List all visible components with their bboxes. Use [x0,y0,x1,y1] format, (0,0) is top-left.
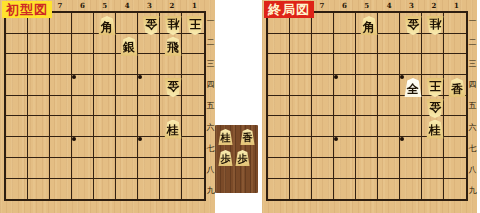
piece-kanji: 香 [243,133,253,143]
rank-label: 五 [206,95,215,116]
hoshi-dot [334,75,338,79]
board-cell [400,34,422,55]
board-cell [378,116,400,137]
board-cell [160,96,182,117]
board-cell [422,137,444,158]
board-cell [400,179,422,200]
board-cell [290,158,312,179]
board-cell [334,13,356,34]
board-cell [444,54,466,75]
between-boards-gap: 桂香歩歩 [215,0,262,213]
board-cell [94,158,116,179]
board-cell [356,116,378,137]
piece-kanji: 金 [429,101,441,113]
board-cell [334,158,356,179]
board-cell [268,54,290,75]
board-cell [28,137,50,158]
piece-kanji: 桂 [167,124,179,136]
file-label: 4 [116,1,138,10]
board-cell [400,116,422,137]
file-label: 3 [138,1,160,10]
board-cell [138,34,160,55]
board-cell [182,137,204,158]
board-cell [182,179,204,200]
rank-coordinates: 一二三四五六七八九 [206,11,215,201]
board-cell [268,34,290,55]
board-cell [312,54,334,75]
rank-label: 六 [206,117,215,138]
board-cell [312,96,334,117]
board-cell [72,158,94,179]
board-initial: 初型図 987654321 角金桂王銀飛金桂 一二三四五六七八九 [0,0,215,213]
board-cell [116,116,138,137]
piece-kanji: 全 [407,83,419,95]
board-cell [28,54,50,75]
rank-label: 七 [468,138,477,159]
final-diagram-label: 終局図 [264,1,314,18]
board-cell [334,54,356,75]
board-cell [94,179,116,200]
board-cell [268,179,290,200]
board-cell [422,158,444,179]
board-cell [422,34,444,55]
board-cell [312,75,334,96]
board-cell [334,116,356,137]
board-cell [138,54,160,75]
rank-label: 二 [468,32,477,53]
shogi-grid-initial: 角金桂王銀飛金桂 [4,11,206,201]
board-cell [6,54,28,75]
file-label: 2 [161,1,183,10]
board-cell [116,75,138,96]
screenshot-root: 初型図 987654321 角金桂王銀飛金桂 一二三四五六七八九 桂香歩歩 終局… [0,0,480,213]
board-cell [94,116,116,137]
hoshi-dot [400,137,404,141]
board-cell [50,75,72,96]
board-cell [28,75,50,96]
board-cell [378,96,400,117]
file-label: 2 [423,1,445,10]
board-cell [138,116,160,137]
board-cell [160,158,182,179]
board-cell [50,34,72,55]
board-cell [182,75,204,96]
file-label: 1 [183,1,205,10]
board-cell [378,75,400,96]
board-cell [356,75,378,96]
board-cell [312,116,334,137]
board-cell [290,116,312,137]
board-cell [6,137,28,158]
board-cell [28,34,50,55]
board-cell [116,54,138,75]
piece-kanji: 角 [363,21,375,33]
board-cell [6,158,28,179]
board-cell [356,158,378,179]
rank-label: 二 [206,32,215,53]
board-cell [182,96,204,117]
board-cell [50,179,72,200]
board-cell [444,96,466,117]
rank-coordinates: 一二三四五六七八九 [468,11,477,201]
file-label: 6 [333,1,355,10]
rank-label: 九 [468,180,477,201]
rank-label: 八 [468,159,477,180]
board-cell [444,34,466,55]
board-cell [312,34,334,55]
piece-kanji: 金 [145,19,157,31]
piece-stand-komadai: 桂香歩歩 [215,125,258,193]
hoshi-dot [400,75,404,79]
board-cell [72,96,94,117]
piece-kanji: 金 [167,81,179,93]
board-cell [444,158,466,179]
rank-label: 五 [468,95,477,116]
board-cell [378,179,400,200]
board-cell [444,116,466,137]
rank-label: 四 [468,74,477,95]
piece-kanji: 歩 [238,154,248,164]
board-cell [138,158,160,179]
board-cell [94,137,116,158]
board-cell [356,96,378,117]
file-label: 7 [311,1,333,10]
board-cell [312,13,334,34]
hand-piece: 歩 [218,150,233,166]
file-label: 6 [71,1,93,10]
board-cell [378,34,400,55]
file-label: 3 [400,1,422,10]
board-cell [290,179,312,200]
rank-label: 八 [206,159,215,180]
board-cell [182,54,204,75]
board-cell [444,137,466,158]
rank-label: 三 [206,53,215,74]
file-label: 5 [356,1,378,10]
board-cell [290,137,312,158]
board-cell [116,96,138,117]
board-cell [94,54,116,75]
board-cell [378,158,400,179]
board-cell [50,158,72,179]
rank-label: 七 [206,138,215,159]
board-cell [28,179,50,200]
board-cell [290,34,312,55]
board-final: 終局図 987654321 角金桂全王香金桂 一二三四五六七八九 [262,0,477,213]
board-cell [182,158,204,179]
board-cell [116,137,138,158]
file-label: 7 [49,1,71,10]
board-cell [312,179,334,200]
board-cell [312,158,334,179]
board-cell [356,179,378,200]
board-cell [444,179,466,200]
piece-kanji: 王 [189,19,201,31]
board-cell [94,96,116,117]
board-cell [50,54,72,75]
piece-kanji: 桂 [429,124,441,136]
board-cell [400,96,422,117]
board-cell [138,96,160,117]
piece-kanji: 角 [101,21,113,33]
rank-label: 六 [468,117,477,138]
board-cell [138,179,160,200]
board-cell [116,13,138,34]
board-cell [50,96,72,117]
hoshi-dot [138,137,142,141]
board-cell [268,96,290,117]
board-cell [72,54,94,75]
board-cell [50,13,72,34]
board-cell [28,158,50,179]
board-cell [312,137,334,158]
board-cell [94,75,116,96]
piece-kanji: 香 [451,83,463,95]
board-cell [422,54,444,75]
board-cell [28,116,50,137]
board-cell [268,158,290,179]
piece-kanji: 桂 [429,19,441,31]
rank-label: 一 [468,11,477,32]
initial-diagram-label: 初型図 [2,1,52,18]
board-cell [400,158,422,179]
piece-kanji: 歩 [221,154,231,164]
rank-label: 三 [468,53,477,74]
board-cell [444,13,466,34]
file-label: 5 [94,1,116,10]
file-label: 1 [445,1,467,10]
board-cell [6,179,28,200]
board-cell [160,54,182,75]
board-cell [50,137,72,158]
board-cell [356,34,378,55]
board-cell [378,13,400,34]
rank-label: 一 [206,11,215,32]
board-cell [160,137,182,158]
board-cell [290,96,312,117]
board-cell [182,116,204,137]
piece-kanji: 銀 [123,41,135,53]
board-cell [268,75,290,96]
file-label: 4 [378,1,400,10]
board-cell [334,96,356,117]
board-cell [72,13,94,34]
board-cell [6,75,28,96]
board-cell [400,54,422,75]
board-cell [378,137,400,158]
board-cell [72,34,94,55]
board-cell [182,34,204,55]
rank-label: 四 [206,74,215,95]
board-cell [334,179,356,200]
board-cell [268,116,290,137]
board-cell [116,158,138,179]
board-cell [6,96,28,117]
hoshi-dot [72,137,76,141]
board-cell [72,179,94,200]
hand-piece: 桂 [218,129,233,145]
piece-kanji: 飛 [167,41,179,53]
board-cell [72,116,94,137]
board-cell [422,179,444,200]
hoshi-dot [334,137,338,141]
board-cell [290,54,312,75]
piece-kanji: 桂 [221,133,231,143]
board-cell [94,34,116,55]
rank-label: 九 [206,180,215,201]
board-cell [6,34,28,55]
shogi-grid-final: 角金桂全王香金桂 [266,11,468,201]
hand-piece: 香 [240,129,255,145]
board-cell [160,179,182,200]
piece-kanji: 金 [407,19,419,31]
board-cell [6,116,28,137]
board-cell [334,34,356,55]
piece-kanji: 桂 [167,19,179,31]
hoshi-dot [72,75,76,79]
board-cell [356,54,378,75]
board-cell [28,96,50,117]
board-cell [290,75,312,96]
board-cell [378,54,400,75]
hand-piece: 歩 [235,150,250,166]
board-cell [116,179,138,200]
board-cell [50,116,72,137]
board-cell [356,137,378,158]
hoshi-dot [138,75,142,79]
piece-kanji: 王 [429,81,441,93]
board-cell [268,137,290,158]
